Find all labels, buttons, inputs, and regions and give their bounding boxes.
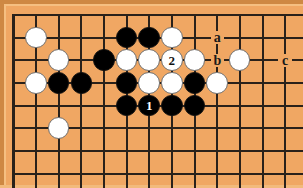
grid-line-vertical (58, 26, 60, 49)
intersection-c12-r1 (274, 26, 297, 49)
intersection-c5-r6 (115, 140, 138, 163)
grid-line-vertical (194, 162, 196, 185)
grid-line-vertical (284, 140, 286, 163)
grid-line-vertical (126, 162, 128, 185)
grid-line-vertical (12, 26, 14, 49)
intersection-c0-r0 (2, 4, 25, 27)
grid-line-vertical (284, 162, 286, 185)
intersection-c8-r4 (183, 94, 206, 117)
intersection-c7-r0 (161, 4, 184, 27)
intersection-c0-r2 (2, 49, 25, 72)
intersection-c9-r0 (206, 4, 229, 27)
grid-line-vertical (12, 72, 14, 95)
black-stone (116, 27, 138, 49)
intersection-c7-r3 (161, 72, 184, 95)
intersection-c6-r6 (138, 140, 161, 163)
grid-line-vertical (35, 162, 37, 185)
grid-line-vertical (58, 162, 60, 185)
intersection-c12-r0 (274, 4, 297, 27)
grid-line-vertical (216, 185, 218, 188)
grid-line-vertical (58, 185, 60, 188)
intersection-c13-r4 (297, 94, 303, 117)
intersection-c2-r3 (47, 72, 70, 95)
grid-line-vertical (284, 94, 286, 117)
intersection-c9-r4 (206, 94, 229, 117)
grid-line-vertical (262, 26, 264, 49)
intersection-c9-r6 (206, 140, 229, 163)
grid-line-vertical (284, 26, 286, 49)
intersection-c2-r2 (47, 49, 70, 72)
white-stone (161, 72, 183, 94)
intersection-c4-r5 (93, 117, 116, 140)
intersection-c0-r7 (2, 162, 25, 185)
intersection-c10-r1 (229, 26, 252, 49)
intersection-c9-r3 (206, 72, 229, 95)
white-stone (116, 49, 138, 71)
black-stone (116, 95, 138, 117)
grid-line-horizontal (297, 150, 303, 152)
grid-line-vertical (239, 14, 241, 26)
intersection-c6-r4: 1 (138, 94, 161, 117)
intersection-c6-r5 (138, 117, 161, 140)
intersection-c13-r8 (297, 185, 303, 188)
grid-line-horizontal (297, 105, 303, 107)
intersection-c5-r5 (115, 117, 138, 140)
intersection-c1-r1 (25, 26, 48, 49)
grid-line-vertical (216, 140, 218, 163)
white-stone (206, 72, 228, 94)
intersection-c8-r6 (183, 140, 206, 163)
grid-line-vertical (12, 14, 14, 26)
grid-line-vertical (103, 94, 105, 117)
white-stone (48, 49, 70, 71)
intersection-c0-r4 (2, 94, 25, 117)
grid-line-vertical (103, 185, 105, 188)
intersection-c10-r7 (229, 162, 252, 185)
grid-line-vertical (284, 14, 286, 26)
intersection-c3-r1 (70, 26, 93, 49)
go-board-frame: a2bc1 (0, 0, 303, 188)
grid-line-vertical (35, 49, 37, 72)
grid-line-vertical (262, 49, 264, 72)
grid-line-vertical (171, 185, 173, 188)
intersection-c7-r8 (161, 185, 184, 188)
white-stone (229, 49, 251, 71)
grid-line-vertical (12, 162, 14, 185)
intersection-c5-r7 (115, 162, 138, 185)
grid-line-vertical (239, 72, 241, 95)
grid-line-vertical (239, 117, 241, 140)
grid-line-vertical (35, 94, 37, 117)
intersection-c4-r1 (93, 26, 116, 49)
intersection-c10-r0 (229, 4, 252, 27)
intersection-c7-r2: 2 (161, 49, 184, 72)
grid-line-vertical (35, 140, 37, 163)
intersection-c4-r7 (93, 162, 116, 185)
intersection-c10-r2 (229, 49, 252, 72)
grid-line-horizontal (297, 14, 303, 16)
intersection-c5-r1 (115, 26, 138, 49)
point-label-c: c (278, 54, 292, 68)
grid-line-horizontal (297, 59, 303, 61)
grid-line-vertical (58, 94, 60, 117)
grid-line-vertical (194, 117, 196, 140)
grid-line-horizontal (297, 173, 303, 175)
intersection-c9-r5 (206, 117, 229, 140)
intersection-c2-r5 (47, 117, 70, 140)
intersection-c13-r6 (297, 140, 303, 163)
intersection-c4-r6 (93, 140, 116, 163)
intersection-c12-r2: c (274, 49, 297, 72)
intersection-c12-r3 (274, 72, 297, 95)
grid-line-vertical (148, 140, 150, 163)
intersection-c7-r5 (161, 117, 184, 140)
intersection-c2-r4 (47, 94, 70, 117)
intersection-c3-r7 (70, 162, 93, 185)
intersection-c5-r0 (115, 4, 138, 27)
white-stone (161, 27, 183, 49)
intersection-c10-r3 (229, 72, 252, 95)
grid-line-vertical (239, 162, 241, 185)
grid-line-vertical (284, 185, 286, 188)
grid-line-vertical (12, 49, 14, 72)
intersection-c8-r3 (183, 72, 206, 95)
intersection-c0-r1 (2, 26, 25, 49)
grid-line-vertical (12, 185, 14, 188)
grid-line-vertical (80, 162, 82, 185)
intersection-c12-r5 (274, 117, 297, 140)
grid-line-vertical (103, 117, 105, 140)
grid-line-vertical (103, 140, 105, 163)
intersection-c2-r0 (47, 4, 70, 27)
grid-line-vertical (126, 14, 128, 26)
grid-line-vertical (216, 162, 218, 185)
intersection-c0-r8 (2, 185, 25, 188)
grid-line-vertical (262, 185, 264, 188)
intersection-c12-r8 (274, 185, 297, 188)
intersection-c2-r7 (47, 162, 70, 185)
intersection-c1-r4 (25, 94, 48, 117)
white-stone (184, 49, 206, 71)
grid-line-vertical (239, 94, 241, 117)
black-stone (161, 95, 183, 117)
grid-line-vertical (262, 162, 264, 185)
intersection-c2-r1 (47, 26, 70, 49)
intersection-c5-r8 (115, 185, 138, 188)
intersection-c3-r6 (70, 140, 93, 163)
white-stone (138, 49, 160, 71)
intersection-c11-r7 (251, 162, 274, 185)
intersection-c4-r0 (93, 4, 116, 27)
intersection-c10-r5 (229, 117, 252, 140)
intersection-c9-r2: b (206, 49, 229, 72)
intersection-c8-r7 (183, 162, 206, 185)
grid-line-vertical (194, 26, 196, 49)
intersection-c9-r8 (206, 185, 229, 188)
intersection-c4-r2 (93, 49, 116, 72)
intersection-c8-r2 (183, 49, 206, 72)
grid-line-vertical (80, 117, 82, 140)
grid-line-horizontal (297, 127, 303, 129)
grid-line-vertical (35, 117, 37, 140)
intersection-c3-r4 (70, 94, 93, 117)
intersection-c7-r7 (161, 162, 184, 185)
black-stone (48, 72, 70, 94)
grid-line-vertical (103, 26, 105, 49)
intersection-c1-r6 (25, 140, 48, 163)
grid-line-vertical (126, 117, 128, 140)
intersection-c3-r5 (70, 117, 93, 140)
grid-line-vertical (80, 140, 82, 163)
grid-line-vertical (148, 185, 150, 188)
intersection-c1-r5 (25, 117, 48, 140)
intersection-c1-r7 (25, 162, 48, 185)
point-label-a: a (211, 31, 225, 45)
grid-line-vertical (171, 117, 173, 140)
intersection-c11-r8 (251, 185, 274, 188)
grid-line-vertical (80, 49, 82, 72)
intersection-c5-r4 (115, 94, 138, 117)
intersection-c10-r8 (229, 185, 252, 188)
intersection-c8-r8 (183, 185, 206, 188)
black-stone (93, 49, 115, 71)
white-stone (25, 72, 47, 94)
grid-line-vertical (126, 140, 128, 163)
grid-line-vertical (148, 117, 150, 140)
intersection-c8-r5 (183, 117, 206, 140)
grid-line-horizontal (297, 37, 303, 39)
grid-line-vertical (80, 94, 82, 117)
intersection-c10-r4 (229, 94, 252, 117)
goban-grid: a2bc1 (2, 4, 303, 188)
intersection-c2-r6 (47, 140, 70, 163)
grid-line-vertical (262, 140, 264, 163)
intersection-c13-r2 (297, 49, 303, 72)
intersection-c9-r1: a (206, 26, 229, 49)
grid-line-vertical (35, 14, 37, 26)
intersection-c6-r7 (138, 162, 161, 185)
intersection-c11-r2 (251, 49, 274, 72)
intersection-c6-r2 (138, 49, 161, 72)
grid-line-vertical (262, 14, 264, 26)
black-stone (71, 72, 93, 94)
intersection-c12-r6 (274, 140, 297, 163)
intersection-c9-r7 (206, 162, 229, 185)
grid-line-vertical (194, 185, 196, 188)
grid-line-vertical (284, 72, 286, 95)
grid-line-vertical (171, 162, 173, 185)
black-stone (184, 95, 206, 117)
grid-line-vertical (194, 140, 196, 163)
grid-line-vertical (194, 14, 196, 26)
grid-line-vertical (148, 162, 150, 185)
grid-line-vertical (216, 117, 218, 140)
grid-line-vertical (239, 140, 241, 163)
grid-line-vertical (58, 14, 60, 26)
intersection-c4-r4 (93, 94, 116, 117)
intersection-c11-r5 (251, 117, 274, 140)
intersection-c13-r3 (297, 72, 303, 95)
grid-line-vertical (12, 94, 14, 117)
black-stone (116, 72, 138, 94)
grid-line-vertical (80, 14, 82, 26)
grid-line-vertical (103, 72, 105, 95)
intersection-c6-r8 (138, 185, 161, 188)
intersection-c11-r4 (251, 94, 274, 117)
grid-line-vertical (12, 140, 14, 163)
intersection-c1-r3 (25, 72, 48, 95)
white-stone (138, 72, 160, 94)
intersection-c1-r0 (25, 4, 48, 27)
intersection-c0-r6 (2, 140, 25, 163)
grid-line-vertical (58, 140, 60, 163)
intersection-c6-r1 (138, 26, 161, 49)
intersection-c11-r3 (251, 72, 274, 95)
intersection-c6-r0 (138, 4, 161, 27)
intersection-c13-r0 (297, 4, 303, 27)
intersection-c13-r1 (297, 26, 303, 49)
grid-line-vertical (12, 117, 14, 140)
grid-line-vertical (262, 94, 264, 117)
intersection-c4-r8 (93, 185, 116, 188)
grid-line-vertical (103, 162, 105, 185)
intersection-c1-r2 (25, 49, 48, 72)
intersection-c5-r3 (115, 72, 138, 95)
grid-line-vertical (80, 26, 82, 49)
grid-line-vertical (284, 117, 286, 140)
point-label-b: b (211, 54, 225, 68)
intersection-c12-r4 (274, 94, 297, 117)
intersection-c2-r8 (47, 185, 70, 188)
intersection-c10-r6 (229, 140, 252, 163)
intersection-c8-r0 (183, 4, 206, 27)
intersection-c7-r6 (161, 140, 184, 163)
grid-line-vertical (239, 185, 241, 188)
intersection-c3-r2 (70, 49, 93, 72)
black-stone (138, 27, 160, 49)
grid-line-vertical (80, 185, 82, 188)
intersection-c6-r3 (138, 72, 161, 95)
intersection-c11-r6 (251, 140, 274, 163)
grid-line-vertical (35, 185, 37, 188)
grid-line-vertical (171, 140, 173, 163)
grid-line-vertical (103, 14, 105, 26)
intersection-c1-r8 (25, 185, 48, 188)
intersection-c7-r1 (161, 26, 184, 49)
intersection-c3-r0 (70, 4, 93, 27)
black-stone (184, 72, 206, 94)
grid-line-vertical (171, 14, 173, 26)
intersection-c12-r7 (274, 162, 297, 185)
grid-line-vertical (262, 117, 264, 140)
grid-line-vertical (126, 185, 128, 188)
grid-line-vertical (148, 14, 150, 26)
intersection-c13-r5 (297, 117, 303, 140)
intersection-c11-r0 (251, 4, 274, 27)
intersection-c13-r7 (297, 162, 303, 185)
intersection-c5-r2 (115, 49, 138, 72)
grid-line-vertical (262, 72, 264, 95)
grid-line-horizontal (297, 82, 303, 84)
white-stone (25, 27, 47, 49)
white-stone (48, 117, 70, 139)
intersection-c0-r3 (2, 72, 25, 95)
intersection-c4-r3 (93, 72, 116, 95)
intersection-c7-r4 (161, 94, 184, 117)
intersection-c3-r8 (70, 185, 93, 188)
intersection-c8-r1 (183, 26, 206, 49)
intersection-c11-r1 (251, 26, 274, 49)
grid-line-vertical (216, 94, 218, 117)
intersection-c0-r5 (2, 117, 25, 140)
intersection-c3-r3 (70, 72, 93, 95)
grid-line-vertical (216, 14, 218, 26)
black-stone-move-1: 1 (138, 95, 160, 117)
white-stone-move-2: 2 (161, 49, 183, 71)
grid-line-vertical (239, 26, 241, 49)
